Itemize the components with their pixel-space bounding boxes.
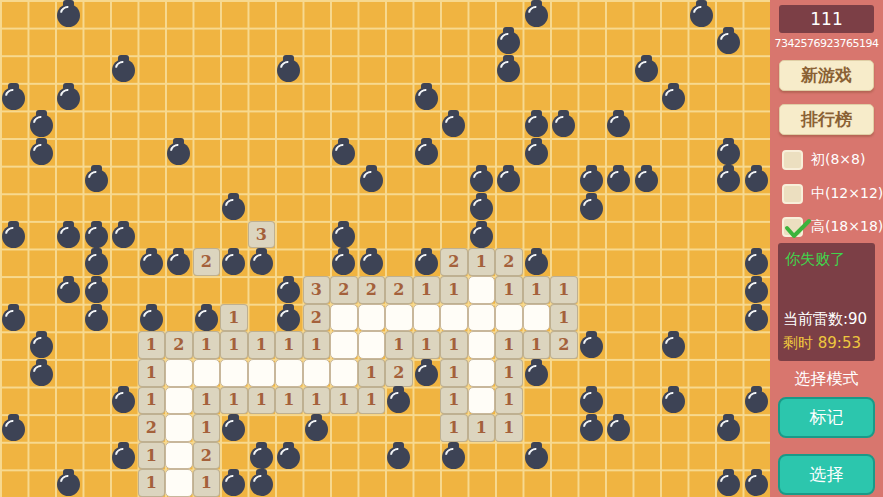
cell-r1c17[interactable] — [468, 28, 496, 56]
cell-r11c19[interactable] — [523, 304, 551, 332]
cell-r13c9[interactable] — [248, 359, 276, 387]
cell-r9c23[interactable] — [633, 248, 661, 276]
cell-r8c1[interactable] — [28, 221, 56, 249]
cell-r11c11[interactable]: 2 — [303, 304, 331, 332]
cell-r12c9[interactable]: 1 — [248, 331, 276, 359]
cell-r6c7[interactable] — [193, 166, 221, 194]
cell-r1c18[interactable] — [495, 28, 523, 56]
cell-r6c2[interactable] — [55, 166, 83, 194]
cell-r7c23[interactable] — [633, 193, 661, 221]
cell-r15c22[interactable] — [605, 414, 633, 442]
cell-r0c11[interactable] — [303, 0, 331, 28]
cell-r10c23[interactable] — [633, 276, 661, 304]
cell-r10c7[interactable] — [193, 276, 221, 304]
cell-r7c10[interactable] — [275, 193, 303, 221]
cell-r2c18[interactable] — [495, 55, 523, 83]
cell-r10c18[interactable]: 1 — [495, 276, 523, 304]
cell-r11c23[interactable] — [633, 304, 661, 332]
cell-r8c27[interactable] — [743, 221, 771, 249]
cell-r15c24[interactable] — [660, 414, 688, 442]
cell-r2c5[interactable] — [138, 55, 166, 83]
cell-r7c7[interactable] — [193, 193, 221, 221]
cell-r1c3[interactable] — [83, 28, 111, 56]
cell-r12c22[interactable] — [605, 331, 633, 359]
cell-r4c10[interactable] — [275, 110, 303, 138]
cell-r1c7[interactable] — [193, 28, 221, 56]
cell-r3c7[interactable] — [193, 83, 221, 111]
cell-r17c27[interactable] — [743, 469, 771, 497]
cell-r12c1[interactable] — [28, 331, 56, 359]
cell-r0c19[interactable] — [523, 0, 551, 28]
cell-r11c5[interactable] — [138, 304, 166, 332]
cell-r16c24[interactable] — [660, 442, 688, 470]
cell-r2c2[interactable] — [55, 55, 83, 83]
cell-r7c4[interactable] — [110, 193, 138, 221]
cell-r4c23[interactable] — [633, 110, 661, 138]
cell-r14c24[interactable] — [660, 387, 688, 415]
cell-r15c14[interactable] — [385, 414, 413, 442]
cell-r14c25[interactable] — [688, 387, 716, 415]
cell-r3c22[interactable] — [605, 83, 633, 111]
cell-r4c9[interactable] — [248, 110, 276, 138]
cell-r17c20[interactable] — [550, 469, 578, 497]
cell-r3c19[interactable] — [523, 83, 551, 111]
cell-r1c19[interactable] — [523, 28, 551, 56]
cell-r0c4[interactable] — [110, 0, 138, 28]
cell-r2c26[interactable] — [715, 55, 743, 83]
cell-r0c1[interactable] — [28, 0, 56, 28]
cell-r12c0[interactable] — [0, 331, 28, 359]
cell-r0c24[interactable] — [660, 0, 688, 28]
cell-r6c9[interactable] — [248, 166, 276, 194]
cell-r11c0[interactable] — [0, 304, 28, 332]
cell-r13c11[interactable] — [303, 359, 331, 387]
cell-r3c11[interactable] — [303, 83, 331, 111]
cell-r11c20[interactable]: 1 — [550, 304, 578, 332]
cell-r2c6[interactable] — [165, 55, 193, 83]
cell-r16c5[interactable]: 1 — [138, 442, 166, 470]
cell-r2c10[interactable] — [275, 55, 303, 83]
cell-r13c27[interactable] — [743, 359, 771, 387]
cell-r13c16[interactable]: 1 — [440, 359, 468, 387]
cell-r9c21[interactable] — [578, 248, 606, 276]
cell-r8c8[interactable] — [220, 221, 248, 249]
cell-r17c24[interactable] — [660, 469, 688, 497]
cell-r9c9[interactable] — [248, 248, 276, 276]
cell-r17c26[interactable] — [715, 469, 743, 497]
cell-r11c24[interactable] — [660, 304, 688, 332]
cell-r10c21[interactable] — [578, 276, 606, 304]
cell-r11c8[interactable]: 1 — [220, 304, 248, 332]
cell-r14c10[interactable]: 1 — [275, 387, 303, 415]
cell-r4c5[interactable] — [138, 110, 166, 138]
cell-r15c17[interactable]: 1 — [468, 414, 496, 442]
cell-r1c4[interactable] — [110, 28, 138, 56]
cell-r10c13[interactable]: 2 — [358, 276, 386, 304]
cell-r12c20[interactable]: 2 — [550, 331, 578, 359]
cell-r5c0[interactable] — [0, 138, 28, 166]
cell-r10c12[interactable]: 2 — [330, 276, 358, 304]
cell-r6c20[interactable] — [550, 166, 578, 194]
cell-r5c27[interactable] — [743, 138, 771, 166]
cell-r8c22[interactable] — [605, 221, 633, 249]
cell-r12c15[interactable]: 1 — [413, 331, 441, 359]
cell-r16c21[interactable] — [578, 442, 606, 470]
cell-r5c10[interactable] — [275, 138, 303, 166]
cell-r16c16[interactable] — [440, 442, 468, 470]
cell-r14c16[interactable]: 1 — [440, 387, 468, 415]
cell-r2c22[interactable] — [605, 55, 633, 83]
cell-r1c15[interactable] — [413, 28, 441, 56]
cell-r12c6[interactable]: 2 — [165, 331, 193, 359]
cell-r7c6[interactable] — [165, 193, 193, 221]
cell-r8c12[interactable] — [330, 221, 358, 249]
cell-r11c22[interactable] — [605, 304, 633, 332]
cell-r8c11[interactable] — [303, 221, 331, 249]
cell-r0c12[interactable] — [330, 0, 358, 28]
cell-r11c1[interactable] — [28, 304, 56, 332]
cell-r6c5[interactable] — [138, 166, 166, 194]
cell-r14c9[interactable]: 1 — [248, 387, 276, 415]
cell-r11c10[interactable] — [275, 304, 303, 332]
cell-r11c16[interactable] — [440, 304, 468, 332]
cell-r17c2[interactable] — [55, 469, 83, 497]
cell-r4c3[interactable] — [83, 110, 111, 138]
cell-r10c19[interactable]: 1 — [523, 276, 551, 304]
cell-r12c7[interactable]: 1 — [193, 331, 221, 359]
cell-r1c25[interactable] — [688, 28, 716, 56]
cell-r13c15[interactable] — [413, 359, 441, 387]
cell-r8c10[interactable] — [275, 221, 303, 249]
cell-r13c7[interactable] — [193, 359, 221, 387]
cell-r15c6[interactable] — [165, 414, 193, 442]
cell-r17c3[interactable] — [83, 469, 111, 497]
cell-r8c19[interactable] — [523, 221, 551, 249]
cell-r2c7[interactable] — [193, 55, 221, 83]
cell-r17c18[interactable] — [495, 469, 523, 497]
cell-r16c19[interactable] — [523, 442, 551, 470]
cell-r1c5[interactable] — [138, 28, 166, 56]
cell-r15c9[interactable] — [248, 414, 276, 442]
cell-r8c2[interactable] — [55, 221, 83, 249]
cell-r9c25[interactable] — [688, 248, 716, 276]
cell-r14c23[interactable] — [633, 387, 661, 415]
cell-r16c11[interactable] — [303, 442, 331, 470]
cell-r9c6[interactable] — [165, 248, 193, 276]
cell-r6c17[interactable] — [468, 166, 496, 194]
cell-r15c27[interactable] — [743, 414, 771, 442]
cell-r3c18[interactable] — [495, 83, 523, 111]
cell-r10c8[interactable] — [220, 276, 248, 304]
cell-r10c9[interactable] — [248, 276, 276, 304]
cell-r16c13[interactable] — [358, 442, 386, 470]
cell-r9c20[interactable] — [550, 248, 578, 276]
cell-r7c21[interactable] — [578, 193, 606, 221]
cell-r15c20[interactable] — [550, 414, 578, 442]
cell-r9c2[interactable] — [55, 248, 83, 276]
cell-r14c15[interactable] — [413, 387, 441, 415]
cell-r4c12[interactable] — [330, 110, 358, 138]
cell-r8c6[interactable] — [165, 221, 193, 249]
cell-r8c13[interactable] — [358, 221, 386, 249]
cell-r13c24[interactable] — [660, 359, 688, 387]
cell-r15c26[interactable] — [715, 414, 743, 442]
cell-r2c12[interactable] — [330, 55, 358, 83]
cell-r2c15[interactable] — [413, 55, 441, 83]
cell-r3c25[interactable] — [688, 83, 716, 111]
cell-r15c15[interactable] — [413, 414, 441, 442]
cell-r2c25[interactable] — [688, 55, 716, 83]
cell-r8c7[interactable] — [193, 221, 221, 249]
new-game-button[interactable]: 新游戏 — [779, 60, 874, 91]
cell-r5c21[interactable] — [578, 138, 606, 166]
cell-r4c25[interactable] — [688, 110, 716, 138]
mark-button[interactable]: 标记 — [778, 397, 875, 438]
cell-r0c16[interactable] — [440, 0, 468, 28]
cell-r16c20[interactable] — [550, 442, 578, 470]
cell-r16c2[interactable] — [55, 442, 83, 470]
cell-r9c8[interactable] — [220, 248, 248, 276]
cell-r10c10[interactable] — [275, 276, 303, 304]
cell-r5c23[interactable] — [633, 138, 661, 166]
cell-r5c5[interactable] — [138, 138, 166, 166]
cell-r17c8[interactable] — [220, 469, 248, 497]
cell-r6c19[interactable] — [523, 166, 551, 194]
cell-r6c24[interactable] — [660, 166, 688, 194]
cell-r7c26[interactable] — [715, 193, 743, 221]
cell-r4c18[interactable] — [495, 110, 523, 138]
cell-r12c25[interactable] — [688, 331, 716, 359]
cell-r1c14[interactable] — [385, 28, 413, 56]
cell-r4c16[interactable] — [440, 110, 468, 138]
cell-r5c12[interactable] — [330, 138, 358, 166]
cell-r8c16[interactable] — [440, 221, 468, 249]
leaderboard-button[interactable]: 排行榜 — [779, 104, 874, 135]
cell-r7c22[interactable] — [605, 193, 633, 221]
cell-r5c14[interactable] — [385, 138, 413, 166]
cell-r13c5[interactable]: 1 — [138, 359, 166, 387]
cell-r11c13[interactable] — [358, 304, 386, 332]
cell-r9c5[interactable] — [138, 248, 166, 276]
cell-r16c3[interactable] — [83, 442, 111, 470]
cell-r12c27[interactable] — [743, 331, 771, 359]
cell-r1c13[interactable] — [358, 28, 386, 56]
cell-r4c22[interactable] — [605, 110, 633, 138]
cell-r12c5[interactable]: 1 — [138, 331, 166, 359]
cell-r15c0[interactable] — [0, 414, 28, 442]
cell-r17c19[interactable] — [523, 469, 551, 497]
cell-r17c25[interactable] — [688, 469, 716, 497]
cell-r16c14[interactable] — [385, 442, 413, 470]
cell-r11c14[interactable] — [385, 304, 413, 332]
cell-r15c1[interactable] — [28, 414, 56, 442]
cell-r16c1[interactable] — [28, 442, 56, 470]
cell-r4c17[interactable] — [468, 110, 496, 138]
cell-r13c26[interactable] — [715, 359, 743, 387]
cell-r17c22[interactable] — [605, 469, 633, 497]
cell-r4c20[interactable] — [550, 110, 578, 138]
cell-r2c0[interactable] — [0, 55, 28, 83]
cell-r15c16[interactable]: 1 — [440, 414, 468, 442]
cell-r7c5[interactable] — [138, 193, 166, 221]
cell-r4c24[interactable] — [660, 110, 688, 138]
cell-r7c16[interactable] — [440, 193, 468, 221]
cell-r10c15[interactable]: 1 — [413, 276, 441, 304]
cell-r6c10[interactable] — [275, 166, 303, 194]
cell-r12c18[interactable]: 1 — [495, 331, 523, 359]
cell-r0c0[interactable] — [0, 0, 28, 28]
cell-r9c7[interactable]: 2 — [193, 248, 221, 276]
cell-r0c10[interactable] — [275, 0, 303, 28]
cell-r11c12[interactable] — [330, 304, 358, 332]
cell-r10c27[interactable] — [743, 276, 771, 304]
cell-r13c22[interactable] — [605, 359, 633, 387]
cell-r4c8[interactable] — [220, 110, 248, 138]
cell-r14c21[interactable] — [578, 387, 606, 415]
cell-r0c27[interactable] — [743, 0, 771, 28]
cell-r14c26[interactable] — [715, 387, 743, 415]
cell-r10c22[interactable] — [605, 276, 633, 304]
cell-r8c3[interactable] — [83, 221, 111, 249]
cell-r10c2[interactable] — [55, 276, 83, 304]
cell-r16c8[interactable] — [220, 442, 248, 470]
cell-r7c24[interactable] — [660, 193, 688, 221]
cell-r8c20[interactable] — [550, 221, 578, 249]
cell-r14c4[interactable] — [110, 387, 138, 415]
cell-r2c13[interactable] — [358, 55, 386, 83]
cell-r7c25[interactable] — [688, 193, 716, 221]
cell-r11c6[interactable] — [165, 304, 193, 332]
cell-r16c6[interactable] — [165, 442, 193, 470]
cell-r2c11[interactable] — [303, 55, 331, 83]
cell-r14c1[interactable] — [28, 387, 56, 415]
cell-r13c13[interactable]: 1 — [358, 359, 386, 387]
cell-r14c19[interactable] — [523, 387, 551, 415]
cell-r15c3[interactable] — [83, 414, 111, 442]
cell-r4c27[interactable] — [743, 110, 771, 138]
cell-r8c24[interactable] — [660, 221, 688, 249]
cell-r3c26[interactable] — [715, 83, 743, 111]
cell-r17c16[interactable] — [440, 469, 468, 497]
cell-r3c14[interactable] — [385, 83, 413, 111]
cell-r2c23[interactable] — [633, 55, 661, 83]
cell-r1c27[interactable] — [743, 28, 771, 56]
cell-r7c17[interactable] — [468, 193, 496, 221]
cell-r6c13[interactable] — [358, 166, 386, 194]
cell-r4c11[interactable] — [303, 110, 331, 138]
cell-r15c21[interactable] — [578, 414, 606, 442]
cell-r13c8[interactable] — [220, 359, 248, 387]
cell-r5c25[interactable] — [688, 138, 716, 166]
cell-r3c9[interactable] — [248, 83, 276, 111]
cell-r4c19[interactable] — [523, 110, 551, 138]
cell-r12c12[interactable] — [330, 331, 358, 359]
cell-r1c6[interactable] — [165, 28, 193, 56]
cell-r6c26[interactable] — [715, 166, 743, 194]
cell-r12c14[interactable]: 1 — [385, 331, 413, 359]
cell-r11c21[interactable] — [578, 304, 606, 332]
cell-r7c9[interactable] — [248, 193, 276, 221]
cell-r7c27[interactable] — [743, 193, 771, 221]
cell-r6c15[interactable] — [413, 166, 441, 194]
cell-r5c2[interactable] — [55, 138, 83, 166]
cell-r10c0[interactable] — [0, 276, 28, 304]
cell-r14c5[interactable]: 1 — [138, 387, 166, 415]
cell-r1c1[interactable] — [28, 28, 56, 56]
cell-r17c11[interactable] — [303, 469, 331, 497]
cell-r0c3[interactable] — [83, 0, 111, 28]
cell-r13c3[interactable] — [83, 359, 111, 387]
cell-r10c6[interactable] — [165, 276, 193, 304]
cell-r12c10[interactable]: 1 — [275, 331, 303, 359]
cell-r12c13[interactable] — [358, 331, 386, 359]
cell-r3c12[interactable] — [330, 83, 358, 111]
cell-r3c5[interactable] — [138, 83, 166, 111]
cell-r13c21[interactable] — [578, 359, 606, 387]
cell-r0c15[interactable] — [413, 0, 441, 28]
cell-r7c2[interactable] — [55, 193, 83, 221]
cell-r12c3[interactable] — [83, 331, 111, 359]
cell-r12c2[interactable] — [55, 331, 83, 359]
cell-r2c9[interactable] — [248, 55, 276, 83]
cell-r14c13[interactable]: 1 — [358, 387, 386, 415]
cell-r4c21[interactable] — [578, 110, 606, 138]
cell-r9c15[interactable] — [413, 248, 441, 276]
cell-r14c3[interactable] — [83, 387, 111, 415]
cell-r7c20[interactable] — [550, 193, 578, 221]
cell-r9c11[interactable] — [303, 248, 331, 276]
cell-r1c20[interactable] — [550, 28, 578, 56]
cell-r11c2[interactable] — [55, 304, 83, 332]
cell-r15c18[interactable]: 1 — [495, 414, 523, 442]
cell-r6c25[interactable] — [688, 166, 716, 194]
cell-r16c0[interactable] — [0, 442, 28, 470]
cell-r0c26[interactable] — [715, 0, 743, 28]
cell-r1c2[interactable] — [55, 28, 83, 56]
cell-r8c26[interactable] — [715, 221, 743, 249]
cell-r7c8[interactable] — [220, 193, 248, 221]
cell-r14c14[interactable] — [385, 387, 413, 415]
cell-r10c5[interactable] — [138, 276, 166, 304]
cell-r16c25[interactable] — [688, 442, 716, 470]
cell-r5c1[interactable] — [28, 138, 56, 166]
cell-r4c13[interactable] — [358, 110, 386, 138]
cell-r9c19[interactable] — [523, 248, 551, 276]
cell-r15c13[interactable] — [358, 414, 386, 442]
cell-r3c20[interactable] — [550, 83, 578, 111]
cell-r1c22[interactable] — [605, 28, 633, 56]
cell-r7c0[interactable] — [0, 193, 28, 221]
cell-r0c13[interactable] — [358, 0, 386, 28]
cell-r17c1[interactable] — [28, 469, 56, 497]
cell-r2c17[interactable] — [468, 55, 496, 83]
cell-r1c8[interactable] — [220, 28, 248, 56]
cell-r5c9[interactable] — [248, 138, 276, 166]
cell-r2c16[interactable] — [440, 55, 468, 83]
cell-r13c12[interactable] — [330, 359, 358, 387]
cell-r15c4[interactable] — [110, 414, 138, 442]
cell-r15c19[interactable] — [523, 414, 551, 442]
cell-r2c20[interactable] — [550, 55, 578, 83]
cell-r2c3[interactable] — [83, 55, 111, 83]
cell-r14c8[interactable]: 1 — [220, 387, 248, 415]
cell-r14c11[interactable]: 1 — [303, 387, 331, 415]
cell-r9c27[interactable] — [743, 248, 771, 276]
cell-r7c11[interactable] — [303, 193, 331, 221]
cell-r4c14[interactable] — [385, 110, 413, 138]
cell-r14c22[interactable] — [605, 387, 633, 415]
cell-r8c0[interactable] — [0, 221, 28, 249]
